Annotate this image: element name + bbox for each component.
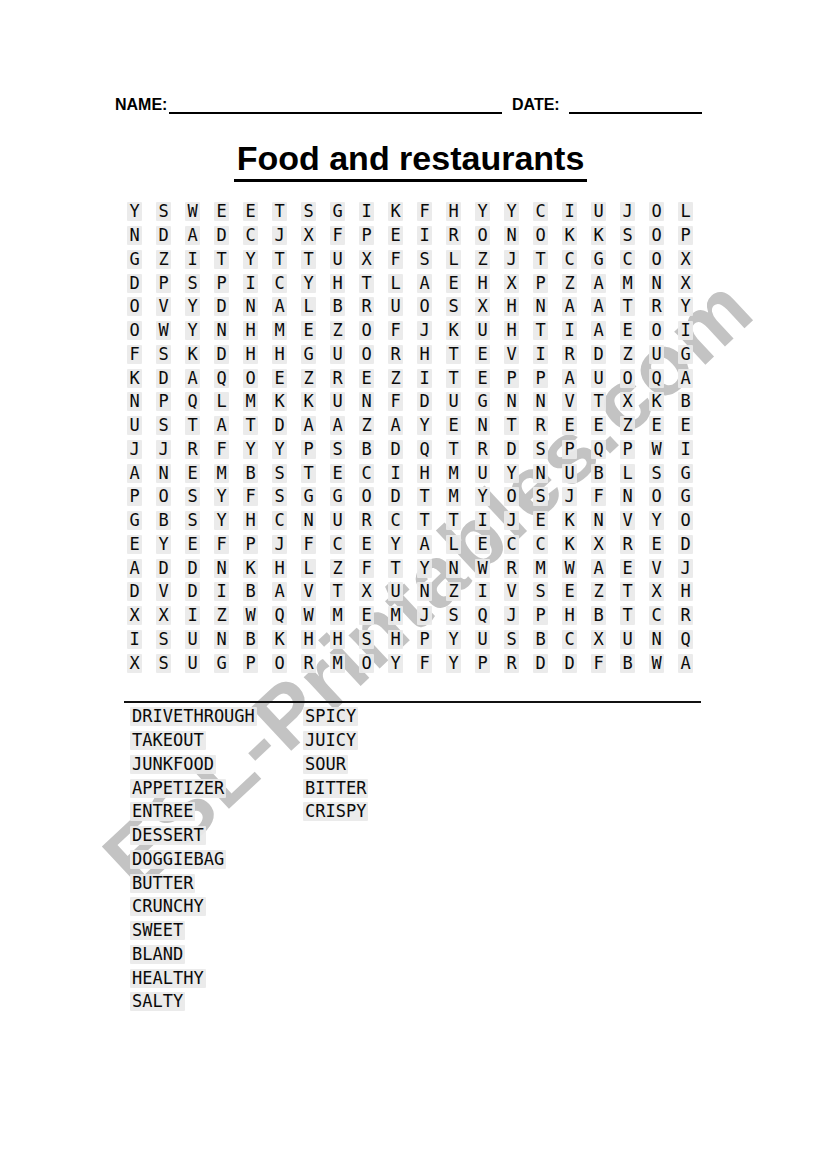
grid-cell: H bbox=[671, 580, 700, 604]
grid-cell: C bbox=[555, 628, 584, 652]
grid-cell: J bbox=[265, 533, 294, 557]
grid-cell: H bbox=[236, 319, 265, 343]
grid-letter: U bbox=[127, 416, 141, 435]
grid-letter: K bbox=[185, 345, 199, 364]
grid-letter: H bbox=[330, 630, 344, 649]
grid-cell: N bbox=[642, 628, 671, 652]
grid-letter: O bbox=[620, 369, 634, 388]
grid-letter: A bbox=[417, 274, 431, 293]
grid-letter: E bbox=[330, 464, 344, 483]
grid-cell: H bbox=[236, 509, 265, 533]
grid-cell: Y bbox=[468, 485, 497, 509]
grid-cell: D bbox=[178, 556, 207, 580]
grid-letter: M bbox=[272, 321, 286, 340]
word-list-item: SWEET bbox=[130, 921, 185, 940]
grid-cell: N bbox=[526, 461, 555, 485]
grid-cell: G bbox=[207, 651, 236, 675]
grid-cell: H bbox=[555, 604, 584, 628]
grid-letter: Y bbox=[156, 535, 170, 554]
grid-letter: A bbox=[214, 416, 228, 435]
word-list-item: HEALTHY bbox=[130, 969, 206, 988]
grid-letter: H bbox=[243, 345, 257, 364]
name-input-line[interactable] bbox=[169, 112, 502, 114]
grid-cell: H bbox=[410, 461, 439, 485]
grid-letter: E bbox=[301, 321, 315, 340]
grid-cell: D bbox=[584, 343, 613, 367]
grid-letter: F bbox=[243, 487, 257, 506]
grid-letter: U bbox=[330, 392, 344, 411]
grid-cell: D bbox=[265, 414, 294, 438]
grid-cell: P bbox=[526, 366, 555, 390]
word-list-row: DESSERT bbox=[130, 824, 257, 848]
grid-letter: B bbox=[591, 606, 605, 625]
grid-cell: N bbox=[294, 509, 323, 533]
grid-letter: E bbox=[388, 226, 402, 245]
grid-cell: M bbox=[439, 461, 468, 485]
grid-letter: Z bbox=[388, 369, 402, 388]
grid-letter: N bbox=[620, 487, 634, 506]
grid-cell: L bbox=[439, 248, 468, 272]
word-list-item: SPICY bbox=[303, 707, 358, 726]
grid-letter: Q bbox=[214, 369, 228, 388]
word-list-item: ENTREE bbox=[130, 802, 195, 821]
grid-letter: O bbox=[649, 321, 663, 340]
word-list-row: SOUR bbox=[303, 753, 368, 777]
grid-letter: D bbox=[127, 582, 141, 601]
grid-letter: P bbox=[620, 440, 634, 459]
grid-cell: I bbox=[178, 604, 207, 628]
grid-letter: V bbox=[504, 582, 518, 601]
grid-cell: O bbox=[352, 485, 381, 509]
grid-letter: Z bbox=[156, 250, 170, 269]
grid-letter: C bbox=[504, 535, 518, 554]
grid-letter: T bbox=[417, 487, 431, 506]
grid-letter: D bbox=[156, 369, 170, 388]
grid-letter: J bbox=[678, 559, 692, 578]
grid-cell: F bbox=[381, 319, 410, 343]
grid-letter: P bbox=[417, 630, 431, 649]
grid-letter: U bbox=[330, 345, 344, 364]
grid-cell: S bbox=[526, 580, 555, 604]
grid-cell: H bbox=[497, 295, 526, 319]
grid-letter: S bbox=[272, 487, 286, 506]
grid-cell: O bbox=[497, 485, 526, 509]
grid-letter: Y bbox=[446, 630, 460, 649]
grid-letter: K bbox=[272, 630, 286, 649]
grid-cell: W bbox=[294, 604, 323, 628]
grid-cell: L bbox=[294, 556, 323, 580]
grid-letter: I bbox=[562, 202, 576, 221]
grid-cell: P bbox=[294, 438, 323, 462]
grid-cell: O bbox=[120, 295, 149, 319]
grid-letter: C bbox=[562, 630, 576, 649]
grid-cell: G bbox=[468, 390, 497, 414]
grid-letter: E bbox=[185, 464, 199, 483]
grid-letter: S bbox=[446, 297, 460, 316]
grid-cell: U bbox=[323, 390, 352, 414]
grid-cell: Z bbox=[468, 248, 497, 272]
grid-cell: F bbox=[294, 533, 323, 557]
grid-letter: N bbox=[649, 274, 663, 293]
grid-cell: E bbox=[671, 414, 700, 438]
grid-letter: I bbox=[475, 511, 489, 530]
grid-cell: S bbox=[497, 628, 526, 652]
grid-letter: R bbox=[562, 345, 576, 364]
grid-letter: E bbox=[591, 416, 605, 435]
grid-letter: H bbox=[504, 297, 518, 316]
grid-letter: S bbox=[156, 202, 170, 221]
grid-letter: Q bbox=[475, 606, 489, 625]
grid-cell: X bbox=[120, 604, 149, 628]
grid-cell: C bbox=[555, 248, 584, 272]
grid-cell: P bbox=[120, 485, 149, 509]
grid-letter: X bbox=[678, 274, 692, 293]
grid-cell: N bbox=[207, 556, 236, 580]
grid-letter: B bbox=[330, 297, 344, 316]
grid-cell: N bbox=[352, 390, 381, 414]
grid-letter: N bbox=[591, 511, 605, 530]
grid-cell: B bbox=[613, 651, 642, 675]
word-list-row: ENTREE bbox=[130, 800, 257, 824]
grid-cell: P bbox=[236, 651, 265, 675]
grid-letter: N bbox=[533, 297, 547, 316]
grid-cell: A bbox=[265, 295, 294, 319]
grid-cell: F bbox=[584, 651, 613, 675]
grid-cell: S bbox=[178, 271, 207, 295]
grid-letter: O bbox=[649, 250, 663, 269]
grid-letter: Y bbox=[475, 487, 489, 506]
grid-letter: L bbox=[446, 535, 460, 554]
grid-cell: V bbox=[149, 295, 178, 319]
grid-letter: E bbox=[533, 511, 547, 530]
grid-cell: F bbox=[236, 485, 265, 509]
grid-cell: S bbox=[294, 200, 323, 224]
grid-letter: N bbox=[127, 392, 141, 411]
grid-cell: T bbox=[439, 509, 468, 533]
grid-letter: Y bbox=[446, 654, 460, 673]
grid-letter: K bbox=[562, 226, 576, 245]
word-list-separator bbox=[124, 701, 701, 703]
grid-letter: F bbox=[359, 559, 373, 578]
grid-letter: K bbox=[591, 226, 605, 245]
grid-cell: T bbox=[410, 509, 439, 533]
grid-letter: R bbox=[504, 559, 518, 578]
grid-cell: A bbox=[671, 651, 700, 675]
grid-letter: K bbox=[301, 392, 315, 411]
grid-letter: K bbox=[243, 559, 257, 578]
grid-letter: N bbox=[359, 392, 373, 411]
grid-letter: S bbox=[185, 511, 199, 530]
grid-cell: Z bbox=[149, 248, 178, 272]
word-list-row: HEALTHY bbox=[130, 966, 257, 990]
grid-letter: P bbox=[533, 606, 547, 625]
grid-cell: A bbox=[584, 271, 613, 295]
grid-letter: U bbox=[562, 464, 576, 483]
grid-letter: U bbox=[475, 630, 489, 649]
grid-cell: X bbox=[613, 390, 642, 414]
grid-cell: N bbox=[497, 390, 526, 414]
grid-letter: Y bbox=[127, 202, 141, 221]
grid-letter: W bbox=[649, 440, 663, 459]
grid-cell: Q bbox=[265, 604, 294, 628]
grid-letter: H bbox=[330, 274, 344, 293]
grid-letter: A bbox=[272, 297, 286, 316]
grid-letter: C bbox=[243, 226, 257, 245]
grid-letter: J bbox=[417, 321, 431, 340]
grid-cell: E bbox=[555, 414, 584, 438]
grid-cell: N bbox=[120, 390, 149, 414]
grid-cell: B bbox=[323, 295, 352, 319]
grid-letter: M bbox=[446, 464, 460, 483]
grid-letter: N bbox=[156, 464, 170, 483]
grid-cell: X bbox=[468, 295, 497, 319]
word-list-item: DESSERT bbox=[130, 826, 206, 845]
grid-cell: O bbox=[352, 343, 381, 367]
grid-cell: E bbox=[323, 461, 352, 485]
grid-letter: N bbox=[127, 226, 141, 245]
grid-cell: H bbox=[265, 556, 294, 580]
grid-letter: K bbox=[388, 202, 402, 221]
word-list-row: JUICY bbox=[303, 729, 368, 753]
grid-letter: M bbox=[243, 392, 257, 411]
grid-cell: V bbox=[613, 509, 642, 533]
grid-cell: Z bbox=[381, 366, 410, 390]
grid-letter: H bbox=[678, 582, 692, 601]
grid-cell: U bbox=[323, 248, 352, 272]
grid-cell: S bbox=[178, 509, 207, 533]
grid-letter: T bbox=[533, 321, 547, 340]
grid-cell: F bbox=[352, 556, 381, 580]
grid-letter: Y bbox=[243, 250, 257, 269]
grid-cell: E bbox=[642, 414, 671, 438]
grid-letter: Y bbox=[649, 511, 663, 530]
grid-letter: V bbox=[620, 511, 634, 530]
grid-cell: H bbox=[381, 628, 410, 652]
grid-cell: D bbox=[149, 224, 178, 248]
grid-letter: O bbox=[649, 487, 663, 506]
grid-cell: I bbox=[555, 200, 584, 224]
grid-cell: U bbox=[178, 651, 207, 675]
grid-cell: T bbox=[265, 248, 294, 272]
grid-cell: Y bbox=[642, 509, 671, 533]
grid-letter: D bbox=[272, 416, 286, 435]
grid-letter: E bbox=[562, 416, 576, 435]
grid-letter: R bbox=[446, 226, 460, 245]
grid-letter: Z bbox=[620, 416, 634, 435]
grid-letter: P bbox=[504, 369, 518, 388]
grid-cell: D bbox=[120, 580, 149, 604]
grid-cell: L bbox=[207, 390, 236, 414]
grid-cell: O bbox=[236, 366, 265, 390]
grid-cell: W bbox=[555, 556, 584, 580]
grid-cell: K bbox=[555, 224, 584, 248]
word-list-row: BLAND bbox=[130, 943, 257, 967]
grid-cell: A bbox=[265, 580, 294, 604]
grid-letter: T bbox=[214, 250, 228, 269]
grid-cell: E bbox=[468, 533, 497, 557]
grid-letter: X bbox=[620, 392, 634, 411]
grid-cell: I bbox=[410, 224, 439, 248]
grid-letter: P bbox=[359, 226, 373, 245]
grid-cell: F bbox=[381, 390, 410, 414]
grid-letter: G bbox=[127, 250, 141, 269]
grid-cell: T bbox=[207, 248, 236, 272]
grid-cell: A bbox=[178, 366, 207, 390]
grid-cell: X bbox=[352, 248, 381, 272]
grid-letter: E bbox=[475, 535, 489, 554]
grid-letter: S bbox=[533, 582, 547, 601]
grid-letter: O bbox=[272, 654, 286, 673]
grid-letter: E bbox=[359, 535, 373, 554]
grid-letter: Q bbox=[591, 440, 605, 459]
word-list-row: BITTER bbox=[303, 776, 368, 800]
grid-cell: I bbox=[468, 509, 497, 533]
grid-letter: D bbox=[156, 559, 170, 578]
grid-letter: S bbox=[156, 654, 170, 673]
grid-cell: Y bbox=[468, 200, 497, 224]
grid-letter: T bbox=[301, 464, 315, 483]
grid-cell: K bbox=[555, 533, 584, 557]
grid-cell: U bbox=[323, 343, 352, 367]
grid-letter: D bbox=[388, 440, 402, 459]
grid-cell: J bbox=[410, 319, 439, 343]
grid-cell: R bbox=[497, 651, 526, 675]
grid-cell: T bbox=[294, 248, 323, 272]
grid-cell: O bbox=[410, 295, 439, 319]
grid-letter: T bbox=[417, 511, 431, 530]
grid-letter: S bbox=[649, 464, 663, 483]
grid-cell: H bbox=[439, 200, 468, 224]
grid-cell: C bbox=[323, 533, 352, 557]
grid-letter: M bbox=[214, 464, 228, 483]
grid-letter: C bbox=[533, 535, 547, 554]
grid-letter: Z bbox=[562, 274, 576, 293]
grid-letter: T bbox=[620, 297, 634, 316]
grid-letter: X bbox=[127, 606, 141, 625]
grid-cell: N bbox=[410, 580, 439, 604]
grid-cell: T bbox=[236, 414, 265, 438]
grid-cell: A bbox=[410, 533, 439, 557]
grid-letter: J bbox=[562, 487, 576, 506]
grid-letter: T bbox=[272, 202, 286, 221]
grid-cell: K bbox=[294, 390, 323, 414]
grid-letter: D bbox=[591, 345, 605, 364]
grid-cell: J bbox=[497, 509, 526, 533]
grid-cell: X bbox=[584, 533, 613, 557]
grid-letter: Z bbox=[330, 321, 344, 340]
grid-cell: B bbox=[671, 390, 700, 414]
grid-letter: X bbox=[649, 582, 663, 601]
grid-letter: U bbox=[475, 321, 489, 340]
grid-cell: D bbox=[207, 295, 236, 319]
grid-letter: E bbox=[475, 345, 489, 364]
grid-letter: N bbox=[214, 559, 228, 578]
grid-letter: W bbox=[301, 606, 315, 625]
grid-letter: P bbox=[678, 226, 692, 245]
grid-cell: F bbox=[207, 438, 236, 462]
grid-letter: O bbox=[156, 487, 170, 506]
grid-letter: E bbox=[359, 369, 373, 388]
grid-cell: V bbox=[294, 580, 323, 604]
grid-cell: V bbox=[497, 580, 526, 604]
grid-cell: X bbox=[497, 271, 526, 295]
grid-cell: T bbox=[323, 580, 352, 604]
grid-letter: B bbox=[243, 464, 257, 483]
grid-letter: W bbox=[562, 559, 576, 578]
grid-cell: Y bbox=[439, 628, 468, 652]
word-list-item: DOGGIEBAG bbox=[130, 850, 226, 869]
grid-letter: B bbox=[533, 630, 547, 649]
grid-cell: A bbox=[584, 319, 613, 343]
grid-letter: T bbox=[446, 440, 460, 459]
grid-letter: L bbox=[214, 392, 228, 411]
grid-cell: N bbox=[149, 461, 178, 485]
date-input-line[interactable] bbox=[569, 112, 702, 114]
word-list-row: DOGGIEBAG bbox=[130, 848, 257, 872]
grid-cell: V bbox=[497, 343, 526, 367]
grid-cell: W bbox=[642, 651, 671, 675]
grid-letter: K bbox=[562, 535, 576, 554]
grid-cell: V bbox=[642, 556, 671, 580]
grid-cell: E bbox=[613, 319, 642, 343]
grid-cell: G bbox=[323, 485, 352, 509]
grid-cell: S bbox=[439, 604, 468, 628]
grid-cell: E bbox=[526, 509, 555, 533]
grid-letter: K bbox=[562, 511, 576, 530]
grid-letter: T bbox=[359, 274, 373, 293]
grid-letter: X bbox=[301, 226, 315, 245]
grid-cell: O bbox=[265, 651, 294, 675]
grid-cell: E bbox=[439, 271, 468, 295]
grid-letter: Y bbox=[417, 559, 431, 578]
grid-cell: A bbox=[584, 556, 613, 580]
grid-letter: T bbox=[272, 250, 286, 269]
grid-cell: T bbox=[526, 248, 555, 272]
grid-letter: E bbox=[678, 416, 692, 435]
grid-letter: M bbox=[388, 606, 402, 625]
grid-cell: P bbox=[555, 438, 584, 462]
grid-letter: O bbox=[504, 487, 518, 506]
grid-cell: T bbox=[497, 414, 526, 438]
grid-cell: R bbox=[294, 651, 323, 675]
grid-cell: E bbox=[468, 366, 497, 390]
grid-letter: T bbox=[388, 559, 402, 578]
grid-cell: E bbox=[178, 461, 207, 485]
grid-cell: I bbox=[555, 319, 584, 343]
grid-cell: P bbox=[207, 271, 236, 295]
grid-letter: D bbox=[417, 392, 431, 411]
grid-letter: R bbox=[504, 654, 518, 673]
grid-letter: C bbox=[330, 535, 344, 554]
grid-cell: E bbox=[207, 200, 236, 224]
grid-letter: M bbox=[330, 654, 344, 673]
grid-cell: I bbox=[410, 366, 439, 390]
word-list-row: SPICY bbox=[303, 705, 368, 729]
grid-letter: Z bbox=[330, 559, 344, 578]
page-title: Food and restaurants bbox=[234, 139, 588, 182]
grid-cell: H bbox=[294, 628, 323, 652]
grid-cell: L bbox=[613, 461, 642, 485]
grid-cell: G bbox=[671, 461, 700, 485]
grid-letter: T bbox=[185, 416, 199, 435]
grid-cell: H bbox=[497, 319, 526, 343]
grid-letter: T bbox=[504, 416, 518, 435]
grid-letter: A bbox=[127, 464, 141, 483]
grid-letter: G bbox=[591, 250, 605, 269]
grid-letter: F bbox=[388, 250, 402, 269]
grid-cell: U bbox=[120, 414, 149, 438]
grid-letter: C bbox=[533, 202, 547, 221]
